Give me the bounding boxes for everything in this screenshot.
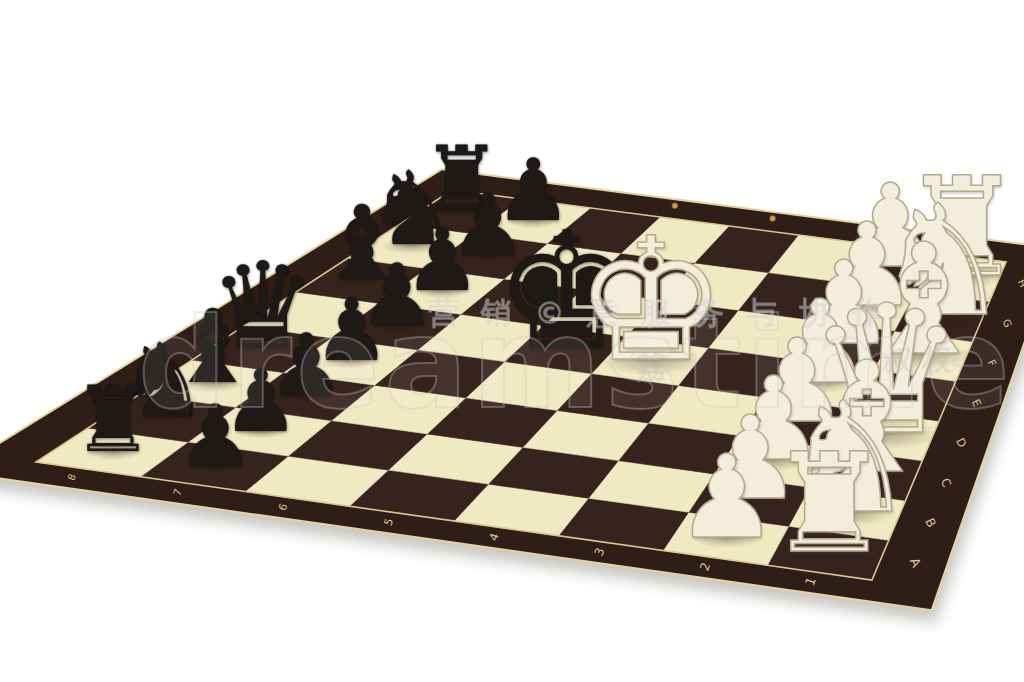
hinge-pin-icon <box>770 215 776 221</box>
hinge-pin-icon <box>672 203 678 209</box>
chessboard: 12345678ABCDEFGH <box>0 0 1024 682</box>
photo-canvas: 12345678ABCDEFGH ♜♞♝♛♝♞♜♟♟♟♟♟♟♟♟♚♚♟♟♟♟♟♟… <box>0 0 1024 682</box>
